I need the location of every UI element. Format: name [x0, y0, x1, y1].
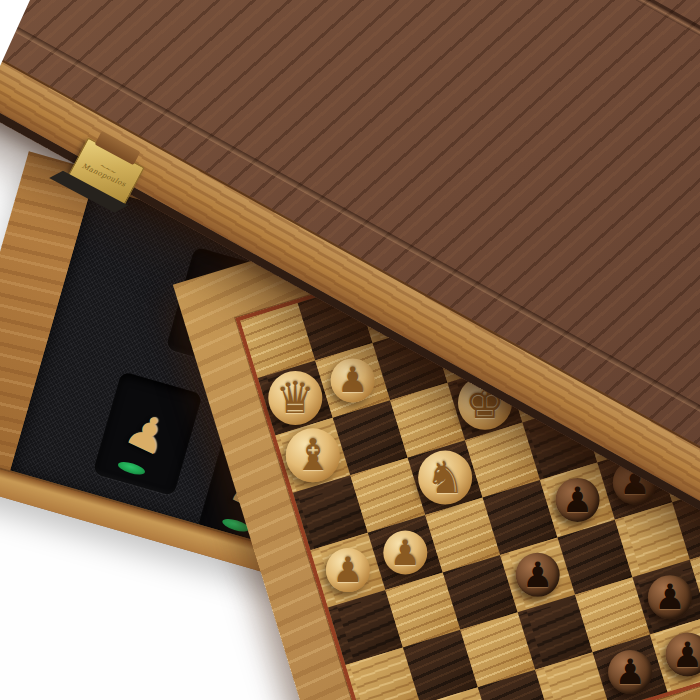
- black-pawn-f2: ♟: [640, 567, 700, 627]
- white-bishop-a6: ♝: [283, 425, 343, 485]
- knight-glyph: ♞: [425, 448, 464, 508]
- chess-case-photo: ♜♟♟ ♛♟♟♝♚♞♟♟♟♟♟♟♟♟ ~~~ Manopoulos: [0, 0, 700, 700]
- pawn-glyph: ♟: [117, 401, 177, 467]
- white-pawn-a4: ♟: [318, 540, 378, 600]
- white-pawn-b4: ♟: [375, 523, 435, 583]
- pawn-glyph: ♟: [390, 523, 421, 583]
- queen-glyph: ♛: [276, 368, 315, 428]
- black-pawn-e4: ♟: [547, 470, 607, 530]
- bishop-glyph: ♝: [293, 425, 332, 485]
- pawn-glyph: ♟: [614, 642, 645, 700]
- tray-slot-3: ♟: [93, 371, 203, 496]
- white-pawn-b7: ♟: [323, 350, 383, 410]
- black-pawn-e1: ♟: [600, 642, 660, 700]
- pawn-glyph: ♟: [337, 350, 368, 410]
- pawn-glyph: ♟: [332, 540, 363, 600]
- tray-piece-white-pawn: ♟: [87, 368, 208, 500]
- black-pawn-d3: ♟: [508, 545, 568, 605]
- pawn-glyph: ♟: [562, 470, 593, 530]
- white-queen-a7: ♛: [265, 368, 325, 428]
- pawn-glyph: ♟: [672, 625, 700, 685]
- pawn-glyph: ♟: [522, 545, 553, 605]
- black-pawn-f1: ♟: [657, 625, 700, 685]
- white-knight-c5: ♞: [415, 448, 475, 508]
- pawn-glyph: ♟: [654, 567, 685, 627]
